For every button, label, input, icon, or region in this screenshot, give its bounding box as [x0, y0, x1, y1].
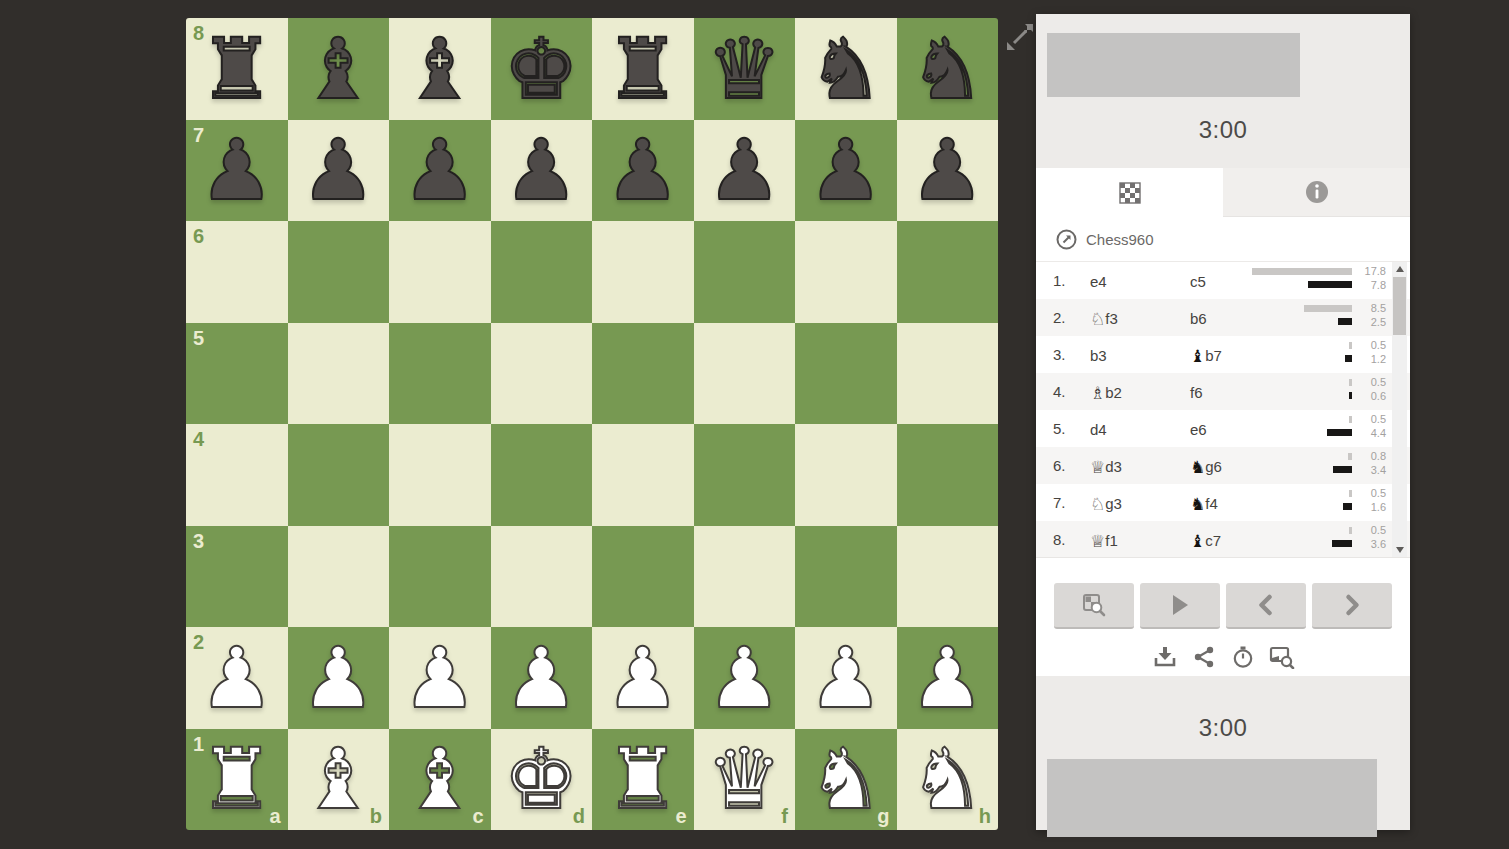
square-a8[interactable]: 8♜: [186, 18, 288, 120]
square-f8[interactable]: ♛: [694, 18, 796, 120]
move-number: 3.: [1053, 346, 1066, 363]
time-values: 0.8 3.4: [1354, 449, 1386, 477]
top-player-block: 3:00: [1036, 14, 1410, 168]
chess-board[interactable]: 8♜♝♝♚♜♛♞♞7♟♟♟♟♟♟♟♟65432♟♟♟♟♟♟♟♟1a♜b♝c♝d♚…: [186, 18, 998, 830]
download-icon[interactable]: [1152, 644, 1178, 670]
time-values: 0.5 4.4: [1354, 412, 1386, 440]
black-move[interactable]: c5: [1190, 272, 1206, 292]
chevron-left-icon: [1255, 593, 1277, 617]
square-f6[interactable]: [694, 221, 796, 323]
time-values: 17.8 7.8: [1354, 264, 1386, 292]
square-a4[interactable]: 4: [186, 424, 288, 526]
black-time-bar: [1327, 429, 1352, 436]
bottom-player-name-redacted: [1047, 759, 1377, 837]
scrollbar-thumb[interactable]: [1393, 277, 1406, 335]
piece-white-knight-g1[interactable]: ♞: [808, 737, 883, 821]
white-figurine: ♗: [1090, 383, 1105, 403]
piece-white-bishop-b1[interactable]: ♝: [301, 737, 376, 821]
black-time-bar: [1333, 466, 1352, 473]
time-bars: [1252, 416, 1352, 436]
square-e6[interactable]: [592, 221, 694, 323]
file-label-f: f: [781, 806, 788, 826]
utility-icons-row: [1036, 644, 1410, 670]
piece-white-pawn-d2[interactable]: ♟: [504, 636, 579, 720]
square-d7[interactable]: ♟: [491, 120, 593, 222]
black-time-value: 0.6: [1354, 389, 1386, 403]
move-list-row: 5. d4 e6 0.5 4.4: [1036, 410, 1410, 447]
white-time-value: 0.5: [1354, 338, 1386, 352]
square-f2[interactable]: ♟: [694, 627, 796, 729]
share-icon[interactable]: [1191, 644, 1217, 670]
piece-white-pawn-e2[interactable]: ♟: [605, 636, 680, 720]
white-time-bar: [1349, 379, 1352, 386]
move-number: 6.: [1053, 457, 1066, 474]
piece-black-pawn-h7[interactable]: ♟: [910, 128, 985, 212]
move-list-row: 4. ♗b2 f6 0.5 0.6: [1036, 373, 1410, 410]
piece-black-king-d8[interactable]: ♚: [504, 27, 579, 111]
piece-white-pawn-a2[interactable]: ♟: [199, 636, 274, 720]
piece-black-pawn-g7[interactable]: ♟: [808, 128, 883, 212]
square-a2[interactable]: 2♟: [186, 627, 288, 729]
black-figurine: ♝: [1190, 346, 1205, 366]
white-move[interactable]: b3: [1090, 346, 1107, 366]
black-time-value: 7.8: [1354, 278, 1386, 292]
piece-white-pawn-c2[interactable]: ♟: [402, 636, 477, 720]
piece-black-bishop-b8[interactable]: ♝: [301, 27, 376, 111]
square-d4[interactable]: [491, 424, 593, 526]
play-icon: [1169, 593, 1191, 617]
time-values: 0.5 1.2: [1354, 338, 1386, 366]
panel-tabs: [1036, 168, 1410, 217]
white-time-bar: [1252, 268, 1352, 275]
piece-black-pawn-a7[interactable]: ♟: [199, 128, 274, 212]
black-move[interactable]: ♝b7: [1190, 346, 1222, 366]
white-time-bar: [1349, 416, 1352, 423]
black-move[interactable]: e6: [1190, 420, 1207, 440]
piece-black-knight-h8[interactable]: ♞: [910, 27, 985, 111]
white-time-value: 0.5: [1354, 412, 1386, 426]
piece-white-rook-e1[interactable]: ♜: [605, 737, 680, 821]
black-time-value: 3.4: [1354, 463, 1386, 477]
square-h2[interactable]: ♟: [897, 627, 999, 729]
square-c5[interactable]: [389, 323, 491, 425]
piece-black-pawn-f7[interactable]: ♟: [707, 128, 782, 212]
black-time-value: 4.4: [1354, 426, 1386, 440]
square-b5[interactable]: [288, 323, 390, 425]
time-values: 0.5 3.6: [1354, 523, 1386, 551]
square-h7[interactable]: ♟: [897, 120, 999, 222]
square-e7[interactable]: ♟: [592, 120, 694, 222]
white-move[interactable]: e4: [1090, 272, 1107, 292]
checkerboard-icon: [1119, 182, 1141, 204]
square-h8[interactable]: ♞: [897, 18, 999, 120]
white-move[interactable]: ♗b2: [1090, 383, 1122, 403]
square-g8[interactable]: ♞: [795, 18, 897, 120]
move-list-row: 2. ♘f3 b6 8.5 2.5: [1036, 299, 1410, 336]
white-time-value: 8.5: [1354, 301, 1386, 315]
piece-white-rook-a1[interactable]: ♜: [199, 737, 274, 821]
chevron-right-icon: [1341, 593, 1363, 617]
square-d2[interactable]: ♟: [491, 627, 593, 729]
white-time-bar: [1349, 527, 1352, 534]
square-b1[interactable]: b♝: [288, 729, 390, 831]
square-e1[interactable]: e♜: [592, 729, 694, 831]
playback-controls: [1036, 558, 1410, 676]
square-b3[interactable]: [288, 526, 390, 628]
black-time-value: 1.6: [1354, 500, 1386, 514]
white-time-value: 0.5: [1354, 523, 1386, 537]
move-list-row: 8. ♕f1 ♝c7 0.5 3.6: [1036, 521, 1410, 558]
black-time-bar: [1345, 355, 1352, 362]
square-h5[interactable]: [897, 323, 999, 425]
square-h3[interactable]: [897, 526, 999, 628]
move-list-row: 1. e4 c5 17.8 7.8: [1036, 262, 1410, 299]
black-move[interactable]: b6: [1190, 309, 1207, 329]
square-c4[interactable]: [389, 424, 491, 526]
square-c3[interactable]: [389, 526, 491, 628]
square-d5[interactable]: [491, 323, 593, 425]
piece-black-rook-e8[interactable]: ♜: [605, 27, 680, 111]
game-panel: 3:00: [1036, 14, 1410, 830]
move-number: 1.: [1053, 272, 1066, 289]
top-player-name-redacted: [1047, 33, 1300, 97]
white-time-bar: [1304, 305, 1352, 312]
black-figurine: ♞: [1190, 494, 1205, 514]
square-e3[interactable]: [592, 526, 694, 628]
time-bars: [1252, 305, 1352, 325]
black-move[interactable]: ♞g6: [1190, 457, 1222, 477]
square-f5[interactable]: [694, 323, 796, 425]
move-number: 5.: [1053, 420, 1066, 437]
time-bars: [1252, 342, 1352, 362]
time-bars: [1252, 490, 1352, 510]
piece-black-queen-f8[interactable]: ♛: [707, 27, 782, 111]
board-resize-icon[interactable]: [1005, 22, 1035, 52]
square-a6[interactable]: 6: [186, 221, 288, 323]
move-list: 1. e4 c5 17.8 7.8 2. ♘f3 b6 8.5 2.5 3. b…: [1036, 262, 1410, 558]
rank-label-6: 6: [193, 226, 204, 246]
rank-label-5: 5: [193, 328, 204, 348]
black-figurine: ♝: [1190, 531, 1205, 551]
black-move[interactable]: f6: [1190, 383, 1203, 403]
square-d1[interactable]: d♚: [491, 729, 593, 831]
black-time-bar: [1332, 540, 1352, 547]
square-b2[interactable]: ♟: [288, 627, 390, 729]
square-h6[interactable]: [897, 221, 999, 323]
square-e4[interactable]: [592, 424, 694, 526]
square-g5[interactable]: [795, 323, 897, 425]
move-list-row: 6. ♕d3 ♞g6 0.8 3.4: [1036, 447, 1410, 484]
back-button[interactable]: [1226, 583, 1306, 629]
square-d6[interactable]: [491, 221, 593, 323]
square-a7[interactable]: 7♟: [186, 120, 288, 222]
square-f4[interactable]: [694, 424, 796, 526]
stopwatch-icon[interactable]: [1230, 644, 1256, 670]
move-number: 7.: [1053, 494, 1066, 511]
white-time-value: 0.5: [1354, 375, 1386, 389]
move-number: 2.: [1053, 309, 1066, 326]
piece-black-pawn-d7[interactable]: ♟: [504, 128, 579, 212]
white-figurine: ♘: [1090, 494, 1105, 514]
forward-button[interactable]: [1312, 583, 1392, 629]
square-h1[interactable]: h♞: [897, 729, 999, 831]
square-e2[interactable]: ♟: [592, 627, 694, 729]
square-g2[interactable]: ♟: [795, 627, 897, 729]
analysis-board-button[interactable]: [1054, 583, 1134, 629]
piece-black-pawn-c7[interactable]: ♟: [402, 128, 477, 212]
square-g6[interactable]: [795, 221, 897, 323]
black-time-value: 1.2: [1354, 352, 1386, 366]
piece-black-rook-a8[interactable]: ♜: [199, 27, 274, 111]
square-a3[interactable]: 3: [186, 526, 288, 628]
move-list-row: 3. b3 ♝b7 0.5 1.2: [1036, 336, 1410, 373]
piece-white-pawn-b2[interactable]: ♟: [301, 636, 376, 720]
square-d3[interactable]: [491, 526, 593, 628]
time-bars: [1252, 453, 1352, 473]
time-values: 0.5 1.6: [1354, 486, 1386, 514]
square-g4[interactable]: [795, 424, 897, 526]
white-move[interactable]: ♘g3: [1090, 494, 1122, 514]
square-g3[interactable]: [795, 526, 897, 628]
bottom-player-clock: 3:00: [1036, 714, 1410, 742]
info-icon: [1305, 180, 1329, 204]
square-c7[interactable]: ♟: [389, 120, 491, 222]
piece-white-king-d1[interactable]: ♚: [504, 737, 579, 821]
piece-white-pawn-g2[interactable]: ♟: [808, 636, 883, 720]
piece-white-pawn-f2[interactable]: ♟: [707, 636, 782, 720]
square-c2[interactable]: ♟: [389, 627, 491, 729]
tab-moves[interactable]: [1036, 168, 1223, 217]
board-search-icon[interactable]: [1269, 644, 1295, 670]
piece-white-pawn-h2[interactable]: ♟: [910, 636, 985, 720]
rank-label-4: 4: [193, 429, 204, 449]
white-figurine: ♕: [1090, 457, 1105, 477]
white-move[interactable]: d4: [1090, 420, 1107, 440]
time-values: 0.5 0.6: [1354, 375, 1386, 403]
square-b8[interactable]: ♝: [288, 18, 390, 120]
square-e8[interactable]: ♜: [592, 18, 694, 120]
square-c1[interactable]: c♝: [389, 729, 491, 831]
time-values: 8.5 2.5: [1354, 301, 1386, 329]
black-time-value: 3.6: [1354, 537, 1386, 551]
square-f7[interactable]: ♟: [694, 120, 796, 222]
black-move[interactable]: ♞f4: [1190, 494, 1218, 514]
piece-white-bishop-c1[interactable]: ♝: [402, 737, 477, 821]
time-bars: [1252, 527, 1352, 547]
square-h4[interactable]: [897, 424, 999, 526]
white-move[interactable]: ♘f3: [1090, 309, 1118, 329]
move-list-row: 7. ♘g3 ♞f4 0.5 1.6: [1036, 484, 1410, 521]
play-button[interactable]: [1140, 583, 1220, 629]
piece-black-pawn-e7[interactable]: ♟: [605, 128, 680, 212]
piece-black-bishop-c8[interactable]: ♝: [402, 27, 477, 111]
black-time-value: 2.5: [1354, 315, 1386, 329]
white-move[interactable]: ♕f1: [1090, 531, 1118, 551]
tab-info[interactable]: [1223, 168, 1410, 217]
square-g1[interactable]: g♞: [795, 729, 897, 831]
white-time-bar: [1348, 453, 1352, 460]
square-b6[interactable]: [288, 221, 390, 323]
black-time-bar: [1308, 281, 1352, 288]
bottom-player-block: 3:00: [1036, 676, 1410, 830]
move-list-scrollbar[interactable]: [1392, 262, 1407, 557]
piece-black-knight-g8[interactable]: ♞: [808, 27, 883, 111]
scroll-down-icon[interactable]: [1392, 543, 1407, 557]
piece-white-queen-f1[interactable]: ♛: [707, 737, 782, 821]
piece-white-knight-h1[interactable]: ♞: [910, 737, 985, 821]
square-f1[interactable]: f♛: [694, 729, 796, 831]
black-figurine: ♞: [1190, 457, 1205, 477]
time-bars: [1252, 379, 1352, 399]
black-time-bar: [1343, 503, 1352, 510]
time-control-icon: [1056, 229, 1077, 250]
rank-label-3: 3: [193, 531, 204, 551]
black-time-bar: [1338, 318, 1352, 325]
square-a5[interactable]: 5: [186, 323, 288, 425]
white-time-bar: [1349, 342, 1352, 349]
white-time-bar: [1349, 490, 1352, 497]
white-time-value: 0.8: [1354, 449, 1386, 463]
white-figurine: ♕: [1090, 531, 1105, 551]
square-d8[interactable]: ♚: [491, 18, 593, 120]
square-b4[interactable]: [288, 424, 390, 526]
move-number: 8.: [1053, 531, 1066, 548]
scroll-up-icon[interactable]: [1392, 262, 1407, 276]
board-magnifier-icon: [1082, 593, 1106, 617]
black-move[interactable]: ♝c7: [1190, 531, 1221, 551]
square-e5[interactable]: [592, 323, 694, 425]
move-number: 4.: [1053, 383, 1066, 400]
time-bars: [1252, 268, 1352, 288]
square-g7[interactable]: ♟: [795, 120, 897, 222]
white-move[interactable]: ♕d3: [1090, 457, 1122, 477]
game-type-label: Chess960: [1086, 231, 1154, 248]
square-b7[interactable]: ♟: [288, 120, 390, 222]
game-type-row: Chess960: [1036, 217, 1410, 262]
piece-black-pawn-b7[interactable]: ♟: [301, 128, 376, 212]
square-a1[interactable]: 1a♜: [186, 729, 288, 831]
top-player-clock: 3:00: [1036, 116, 1410, 144]
white-time-value: 0.5: [1354, 486, 1386, 500]
square-c8[interactable]: ♝: [389, 18, 491, 120]
square-f3[interactable]: [694, 526, 796, 628]
square-c6[interactable]: [389, 221, 491, 323]
move-rows: 1. e4 c5 17.8 7.8 2. ♘f3 b6 8.5 2.5 3. b…: [1036, 262, 1410, 558]
white-time-value: 17.8: [1354, 264, 1386, 278]
black-time-bar: [1349, 392, 1352, 399]
white-figurine: ♘: [1090, 309, 1105, 329]
